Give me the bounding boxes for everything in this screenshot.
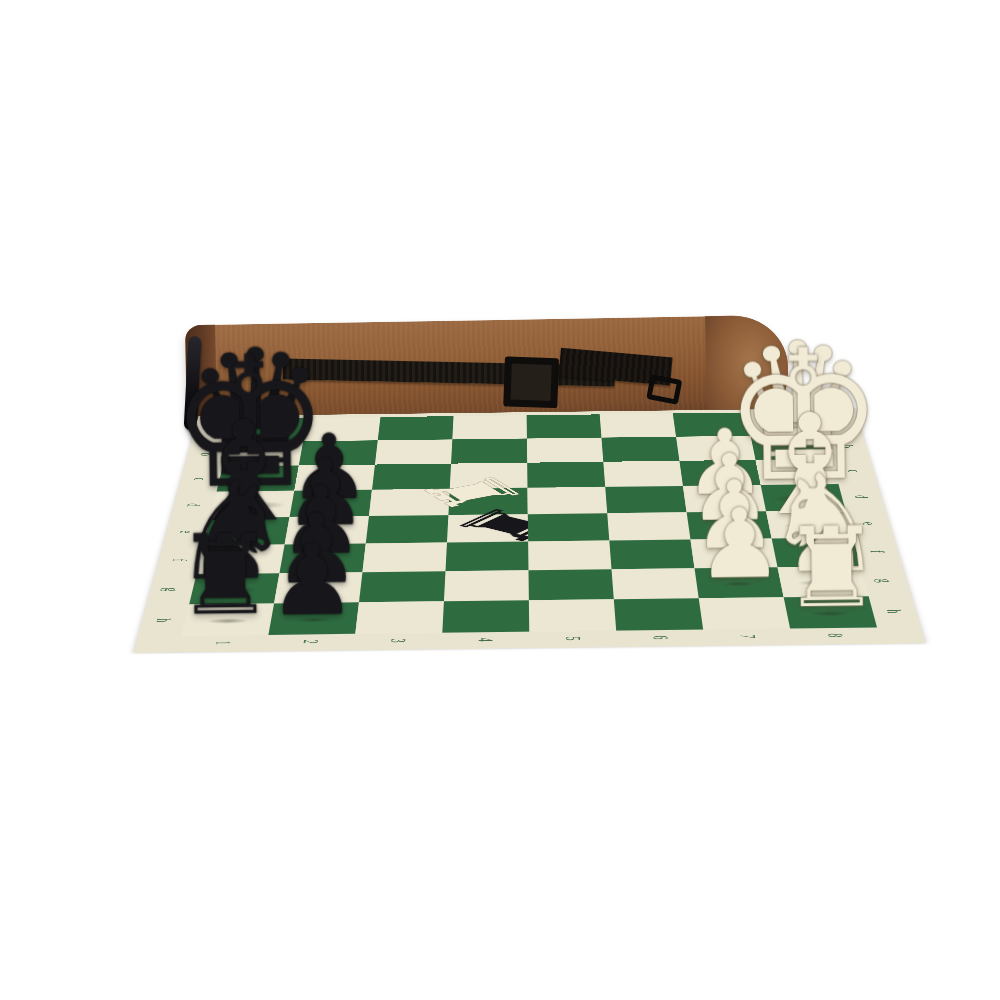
square-c6 [603,461,683,487]
square-a5 [527,414,602,438]
square-d6 [605,486,686,513]
black-rook: ♜ [175,519,275,630]
square-a3 [378,416,454,440]
square-f6 [609,540,694,570]
square-d5 [527,487,607,514]
square-h7 [699,597,790,629]
square-g6 [612,568,699,599]
rank-label-front-2: 2 [298,637,323,646]
chess-mat: ♛♛♚♟♜♟♚♝♟♜♟♝♟♟♞♟♟♞♜♟♜ aabbccddeeffgghh12… [133,408,925,653]
square-b4 [451,439,527,464]
square-f5 [528,541,611,571]
square-g4 [444,570,529,601]
rank-label-front-3: 3 [386,636,411,645]
square-a6 [600,414,676,438]
square-g3 [359,571,445,602]
rank-label-front-4: 4 [474,635,498,644]
file-label-left-h: h [151,616,177,625]
square-e6 [607,512,690,540]
square-h8: ♜ [784,596,877,628]
square-b5 [527,438,603,463]
rank-label-front-6: 6 [648,633,673,642]
square-g5 [528,569,613,600]
square-h3 [355,601,444,634]
square-e3 [366,515,449,543]
square-e4: ♜ [447,514,528,542]
square-c5 [527,462,605,488]
rank-label-front-5: 5 [561,634,585,643]
chess-board-grid: ♛♛♚♟♜♟♚♝♟♜♟♝♟♟♞♟♟♞♜♟♜ [181,412,877,636]
square-h4 [442,600,529,633]
rank-label-front-8: 8 [822,631,848,640]
square-h2: ♟ [268,602,359,635]
file-label-right-h: h [881,607,907,616]
square-f4 [445,542,528,572]
square-b3 [375,439,452,464]
square-a4 [452,415,527,439]
rank-label-front-1: 1 [210,638,236,647]
square-b6 [601,437,679,462]
black-pawn: ♟ [267,530,356,630]
square-h5 [529,599,616,631]
square-f3 [362,543,447,573]
board-tilt-wrapper: ♛♛♚♟♜♟♚♝♟♜♟♝♟♟♞♟♟♞♜♟♜ aabbccddeeffgghh12… [0,0,1000,1000]
white-rook: ♜ [782,512,882,623]
square-h6 [614,598,703,630]
rank-label-front-7: 7 [735,632,760,641]
square-h1: ♜ [181,603,274,636]
product-photo-scene: ♛♛♚♟♜♟♚♝♟♜♟♝♟♟♞♟♟♞♜♟♜ aabbccddeeffgghh12… [0,0,1000,1000]
